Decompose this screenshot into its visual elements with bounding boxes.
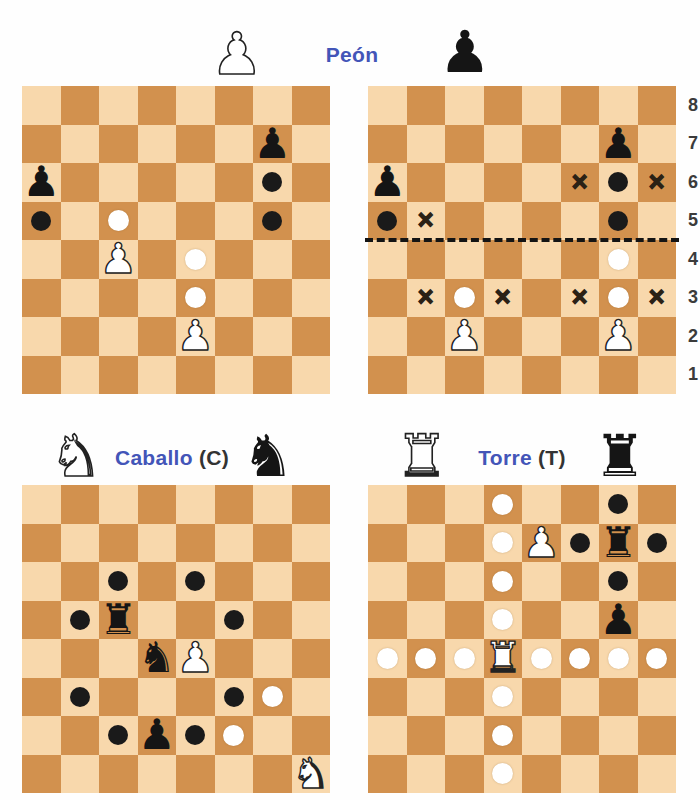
square-d5[interactable] xyxy=(138,202,177,241)
square-e8[interactable] xyxy=(176,485,215,524)
square-e3[interactable] xyxy=(522,678,561,717)
square-d5[interactable] xyxy=(484,202,523,241)
square-g2[interactable] xyxy=(253,317,292,356)
square-h7[interactable] xyxy=(292,125,331,164)
square-d5[interactable] xyxy=(138,601,177,640)
square-f1[interactable] xyxy=(215,755,254,794)
square-g7[interactable]: ♟ xyxy=(599,125,638,164)
knight-title-abbrev: (C) xyxy=(199,446,229,469)
square-c2[interactable] xyxy=(99,317,138,356)
square-g4[interactable] xyxy=(253,240,292,279)
square-b4[interactable] xyxy=(61,240,100,279)
square-d4[interactable] xyxy=(484,240,523,279)
square-d1[interactable] xyxy=(138,356,177,395)
square-h1[interactable] xyxy=(638,755,677,794)
square-g5[interactable]: ♟ xyxy=(599,601,638,640)
square-a3[interactable] xyxy=(22,678,61,717)
black-pawn: ♟ xyxy=(599,123,637,165)
square-d6[interactable] xyxy=(484,562,523,601)
square-g8[interactable] xyxy=(599,485,638,524)
square-a2[interactable] xyxy=(22,317,61,356)
black-move-dot xyxy=(377,211,397,231)
square-c1[interactable] xyxy=(99,356,138,395)
rank-label-3: 3 xyxy=(680,279,700,318)
square-g1[interactable] xyxy=(599,755,638,794)
square-f4[interactable] xyxy=(561,639,600,678)
square-f5[interactable] xyxy=(215,601,254,640)
square-g2[interactable] xyxy=(599,716,638,755)
square-b4[interactable] xyxy=(61,639,100,678)
square-g3[interactable] xyxy=(599,279,638,318)
square-h8[interactable] xyxy=(292,485,331,524)
square-a1[interactable] xyxy=(368,356,407,395)
square-a8[interactable] xyxy=(22,485,61,524)
square-b1[interactable] xyxy=(61,755,100,794)
square-d4[interactable]: ♞ xyxy=(138,639,177,678)
square-c5[interactable] xyxy=(445,202,484,241)
square-b8[interactable] xyxy=(61,485,100,524)
square-b1[interactable] xyxy=(61,356,100,395)
square-b3[interactable] xyxy=(407,678,446,717)
square-b5[interactable] xyxy=(407,601,446,640)
square-f8[interactable] xyxy=(561,485,600,524)
square-b2[interactable] xyxy=(61,317,100,356)
black-move-dot xyxy=(608,571,628,591)
square-b6[interactable] xyxy=(407,163,446,202)
square-h2[interactable] xyxy=(638,317,677,356)
square-a8[interactable] xyxy=(368,485,407,524)
square-d6[interactable] xyxy=(484,163,523,202)
square-b5[interactable] xyxy=(61,202,100,241)
square-c6[interactable] xyxy=(445,163,484,202)
square-b8[interactable] xyxy=(61,86,100,125)
square-a3[interactable] xyxy=(368,678,407,717)
rank-label-5: 5 xyxy=(680,202,700,241)
square-c8[interactable] xyxy=(445,485,484,524)
square-b6[interactable] xyxy=(61,562,100,601)
square-a6[interactable]: ♟ xyxy=(22,163,61,202)
square-f3[interactable]: × xyxy=(561,279,600,318)
square-b4[interactable] xyxy=(407,639,446,678)
capture-x-mark: × xyxy=(495,284,511,311)
square-d4[interactable]: ♜ xyxy=(484,639,523,678)
square-c7[interactable] xyxy=(445,125,484,164)
square-a3[interactable] xyxy=(22,279,61,318)
square-f6[interactable]: × xyxy=(561,163,600,202)
black-move-dot xyxy=(31,211,51,231)
square-f6[interactable] xyxy=(215,163,254,202)
square-c5[interactable]: ♜ xyxy=(99,601,138,640)
square-h6[interactable] xyxy=(638,562,677,601)
black-move-dot xyxy=(647,533,667,553)
square-d6[interactable] xyxy=(138,562,177,601)
black-move-dot xyxy=(224,687,244,707)
square-e7[interactable] xyxy=(522,125,561,164)
square-f3[interactable] xyxy=(215,279,254,318)
square-f5[interactable] xyxy=(561,202,600,241)
capture-x-mark: × xyxy=(418,207,434,234)
knight-section-title: Caballo (C) xyxy=(102,446,242,470)
square-c2[interactable]: ♟ xyxy=(445,317,484,356)
square-d7[interactable] xyxy=(484,524,523,563)
square-a4[interactable] xyxy=(368,639,407,678)
square-g6[interactable] xyxy=(599,562,638,601)
square-c7[interactable] xyxy=(445,524,484,563)
square-g3[interactable] xyxy=(253,678,292,717)
square-e1[interactable] xyxy=(522,755,561,794)
square-a1[interactable] xyxy=(22,356,61,395)
white-move-dot xyxy=(185,287,206,308)
square-g8[interactable] xyxy=(253,485,292,524)
white-move-dot xyxy=(492,532,513,553)
square-e5[interactable] xyxy=(176,202,215,241)
square-g1[interactable] xyxy=(599,356,638,395)
square-e7[interactable]: ♟ xyxy=(522,524,561,563)
square-f4[interactable] xyxy=(215,639,254,678)
square-h5[interactable] xyxy=(292,202,331,241)
square-a4[interactable] xyxy=(22,240,61,279)
square-a6[interactable]: ♟ xyxy=(368,163,407,202)
square-a7[interactable] xyxy=(368,125,407,164)
square-f2[interactable] xyxy=(215,716,254,755)
square-c4[interactable]: ♟ xyxy=(99,240,138,279)
square-a6[interactable] xyxy=(368,562,407,601)
square-g8[interactable] xyxy=(599,86,638,125)
square-g4[interactable] xyxy=(599,639,638,678)
square-a2[interactable] xyxy=(22,716,61,755)
square-g4[interactable] xyxy=(599,240,638,279)
rank-label-4: 4 xyxy=(680,240,700,279)
square-c1[interactable] xyxy=(445,356,484,395)
black-move-dot xyxy=(608,172,628,192)
square-g1[interactable] xyxy=(253,356,292,395)
square-h2[interactable] xyxy=(292,716,331,755)
square-c4[interactable] xyxy=(445,240,484,279)
black-move-dot xyxy=(70,687,90,707)
square-h7[interactable] xyxy=(292,524,331,563)
square-e5[interactable] xyxy=(522,601,561,640)
square-h8[interactable] xyxy=(638,86,677,125)
square-h6[interactable] xyxy=(292,163,331,202)
square-d2[interactable] xyxy=(484,716,523,755)
square-h8[interactable] xyxy=(292,86,331,125)
square-h2[interactable] xyxy=(292,317,331,356)
square-a5[interactable] xyxy=(22,202,61,241)
square-h2[interactable] xyxy=(638,716,677,755)
square-e2[interactable] xyxy=(522,716,561,755)
square-g3[interactable] xyxy=(253,279,292,318)
square-d7[interactable] xyxy=(138,125,177,164)
square-f4[interactable] xyxy=(561,240,600,279)
square-d6[interactable] xyxy=(138,163,177,202)
square-b8[interactable] xyxy=(407,86,446,125)
square-e3[interactable] xyxy=(522,279,561,318)
square-b7[interactable] xyxy=(61,125,100,164)
board-knight-moves: ♜♞♟♟♞ xyxy=(22,485,330,793)
square-d8[interactable] xyxy=(138,485,177,524)
square-c6[interactable] xyxy=(99,163,138,202)
square-e2[interactable] xyxy=(176,716,215,755)
black-pawn: ♟ xyxy=(368,161,406,203)
square-g5[interactable] xyxy=(599,202,638,241)
square-f1[interactable] xyxy=(561,356,600,395)
square-h4[interactable] xyxy=(638,639,677,678)
square-f2[interactable] xyxy=(561,716,600,755)
square-b5[interactable]: × xyxy=(407,202,446,241)
square-a3[interactable] xyxy=(368,279,407,318)
square-a4[interactable] xyxy=(368,240,407,279)
square-e7[interactable] xyxy=(176,524,215,563)
square-b7[interactable] xyxy=(61,524,100,563)
square-g6[interactable] xyxy=(253,562,292,601)
square-a1[interactable] xyxy=(22,755,61,794)
square-e1[interactable] xyxy=(176,356,215,395)
pawn-title-text: Peón xyxy=(326,43,379,66)
square-d1[interactable] xyxy=(484,356,523,395)
square-b5[interactable] xyxy=(61,601,100,640)
square-h6[interactable] xyxy=(292,562,331,601)
square-a5[interactable] xyxy=(368,601,407,640)
square-h7[interactable] xyxy=(638,125,677,164)
square-a2[interactable] xyxy=(368,716,407,755)
square-c3[interactable] xyxy=(99,678,138,717)
square-h5[interactable] xyxy=(292,601,331,640)
white-move-dot xyxy=(492,725,513,746)
square-b6[interactable] xyxy=(61,163,100,202)
square-b6[interactable] xyxy=(407,562,446,601)
square-g6[interactable] xyxy=(253,163,292,202)
square-g8[interactable] xyxy=(253,86,292,125)
square-e4[interactable] xyxy=(522,240,561,279)
square-g3[interactable] xyxy=(599,678,638,717)
square-b2[interactable] xyxy=(407,716,446,755)
square-g7[interactable]: ♜ xyxy=(599,524,638,563)
square-f7[interactable] xyxy=(215,524,254,563)
square-h1[interactable] xyxy=(292,356,331,395)
square-f2[interactable] xyxy=(215,317,254,356)
square-e5[interactable] xyxy=(176,601,215,640)
rank-label-7: 7 xyxy=(680,125,700,164)
square-a5[interactable] xyxy=(368,202,407,241)
white-move-dot xyxy=(492,686,513,707)
square-a7[interactable] xyxy=(368,524,407,563)
square-g2[interactable] xyxy=(253,716,292,755)
square-g6[interactable] xyxy=(599,163,638,202)
square-f8[interactable] xyxy=(561,86,600,125)
square-d5[interactable] xyxy=(484,601,523,640)
square-h5[interactable] xyxy=(638,601,677,640)
square-c5[interactable] xyxy=(99,202,138,241)
square-e8[interactable] xyxy=(522,485,561,524)
square-e6[interactable] xyxy=(176,562,215,601)
square-e6[interactable] xyxy=(176,163,215,202)
square-f7[interactable] xyxy=(561,524,600,563)
square-a8[interactable] xyxy=(22,86,61,125)
black-move-dot xyxy=(108,571,128,591)
square-e8[interactable] xyxy=(522,86,561,125)
black-pawn-icon: ♟ xyxy=(437,24,493,80)
square-a1[interactable] xyxy=(368,755,407,794)
square-f2[interactable] xyxy=(561,317,600,356)
square-b7[interactable] xyxy=(407,524,446,563)
square-h3[interactable] xyxy=(292,279,331,318)
square-c1[interactable] xyxy=(99,755,138,794)
square-g1[interactable] xyxy=(253,755,292,794)
square-c6[interactable] xyxy=(445,562,484,601)
square-a2[interactable] xyxy=(368,317,407,356)
square-d7[interactable] xyxy=(484,125,523,164)
white-move-dot xyxy=(492,763,513,784)
square-d1[interactable] xyxy=(484,755,523,794)
square-b1[interactable] xyxy=(407,755,446,794)
square-e6[interactable] xyxy=(522,562,561,601)
square-e4[interactable] xyxy=(522,639,561,678)
square-h1[interactable]: ♞ xyxy=(292,755,331,794)
square-f3[interactable] xyxy=(561,678,600,717)
square-f6[interactable] xyxy=(215,562,254,601)
square-b3[interactable]: × xyxy=(407,279,446,318)
rook-title-abbrev: (T) xyxy=(538,446,566,469)
square-b1[interactable] xyxy=(407,356,446,395)
square-b2[interactable] xyxy=(61,716,100,755)
square-d2[interactable]: ♟ xyxy=(138,716,177,755)
white-move-dot xyxy=(608,249,629,270)
square-c7[interactable] xyxy=(99,125,138,164)
square-c1[interactable] xyxy=(445,755,484,794)
square-c4[interactable] xyxy=(99,639,138,678)
white-move-dot xyxy=(608,648,629,669)
square-f1[interactable] xyxy=(215,356,254,395)
square-d8[interactable] xyxy=(138,86,177,125)
square-f3[interactable] xyxy=(215,678,254,717)
square-g2[interactable]: ♟ xyxy=(599,317,638,356)
square-e7[interactable] xyxy=(176,125,215,164)
square-e3[interactable] xyxy=(176,678,215,717)
square-a7[interactable] xyxy=(22,524,61,563)
square-f1[interactable] xyxy=(561,755,600,794)
white-move-dot xyxy=(454,287,475,308)
square-f7[interactable] xyxy=(561,125,600,164)
square-b3[interactable] xyxy=(61,279,100,318)
white-move-dot xyxy=(454,648,475,669)
square-b8[interactable] xyxy=(407,485,446,524)
square-c3[interactable] xyxy=(99,279,138,318)
square-c3[interactable] xyxy=(445,678,484,717)
square-f4[interactable] xyxy=(215,240,254,279)
square-d1[interactable] xyxy=(138,755,177,794)
white-move-dot xyxy=(223,725,244,746)
square-d3[interactable] xyxy=(484,678,523,717)
square-e2[interactable]: ♟ xyxy=(176,317,215,356)
square-d3[interactable]: × xyxy=(484,279,523,318)
square-g7[interactable]: ♟ xyxy=(253,125,292,164)
square-f8[interactable] xyxy=(215,485,254,524)
square-b2[interactable] xyxy=(407,317,446,356)
square-e1[interactable] xyxy=(522,356,561,395)
square-c7[interactable] xyxy=(99,524,138,563)
square-g5[interactable] xyxy=(253,202,292,241)
square-h7[interactable] xyxy=(638,524,677,563)
square-e4[interactable] xyxy=(176,240,215,279)
square-e3[interactable] xyxy=(176,279,215,318)
square-h4[interactable] xyxy=(292,639,331,678)
square-c2[interactable] xyxy=(99,716,138,755)
black-rook-icon: ♜ xyxy=(592,428,648,484)
square-a5[interactable] xyxy=(22,601,61,640)
square-c8[interactable] xyxy=(99,485,138,524)
square-a4[interactable] xyxy=(22,639,61,678)
square-h4[interactable] xyxy=(292,240,331,279)
square-e1[interactable] xyxy=(176,755,215,794)
square-a8[interactable] xyxy=(368,86,407,125)
square-g4[interactable] xyxy=(253,639,292,678)
square-e6[interactable] xyxy=(522,163,561,202)
square-f5[interactable] xyxy=(215,202,254,241)
square-d3[interactable] xyxy=(138,678,177,717)
square-f6[interactable] xyxy=(561,562,600,601)
square-c3[interactable] xyxy=(445,279,484,318)
square-c6[interactable] xyxy=(99,562,138,601)
white-move-dot xyxy=(531,648,552,669)
square-d4[interactable] xyxy=(138,240,177,279)
square-c8[interactable] xyxy=(99,86,138,125)
square-e8[interactable] xyxy=(176,86,215,125)
square-h5[interactable] xyxy=(638,202,677,241)
square-h4[interactable] xyxy=(638,240,677,279)
board-pawn-moves: ♟♟♟♟ xyxy=(22,86,330,394)
white-move-dot xyxy=(569,648,590,669)
square-d3[interactable] xyxy=(138,279,177,318)
square-h3[interactable] xyxy=(292,678,331,717)
square-e2[interactable] xyxy=(522,317,561,356)
square-f8[interactable] xyxy=(215,86,254,125)
square-c8[interactable] xyxy=(445,86,484,125)
square-h1[interactable] xyxy=(638,356,677,395)
square-f7[interactable] xyxy=(215,125,254,164)
square-c5[interactable] xyxy=(445,601,484,640)
square-e5[interactable] xyxy=(522,202,561,241)
black-pawn: ♟ xyxy=(253,123,291,165)
square-f5[interactable] xyxy=(561,601,600,640)
capture-x-mark: × xyxy=(649,284,665,311)
square-d2[interactable] xyxy=(138,317,177,356)
white-knight-icon: ♞ xyxy=(48,428,104,484)
white-pawn: ♟ xyxy=(599,315,637,357)
square-d8[interactable] xyxy=(484,86,523,125)
square-e4[interactable]: ♟ xyxy=(176,639,215,678)
square-g5[interactable] xyxy=(253,601,292,640)
square-d7[interactable] xyxy=(138,524,177,563)
white-pawn: ♟ xyxy=(522,522,560,564)
square-b7[interactable] xyxy=(407,125,446,164)
square-c2[interactable] xyxy=(445,716,484,755)
square-h6[interactable]: × xyxy=(638,163,677,202)
square-b4[interactable] xyxy=(407,240,446,279)
square-a7[interactable] xyxy=(22,125,61,164)
square-a6[interactable] xyxy=(22,562,61,601)
square-d8[interactable] xyxy=(484,485,523,524)
square-h3[interactable]: × xyxy=(638,279,677,318)
black-rook: ♜ xyxy=(599,522,637,564)
black-move-dot xyxy=(185,571,205,591)
square-h8[interactable] xyxy=(638,485,677,524)
square-c4[interactable] xyxy=(445,639,484,678)
square-d2[interactable] xyxy=(484,317,523,356)
square-b3[interactable] xyxy=(61,678,100,717)
square-h3[interactable] xyxy=(638,678,677,717)
white-pawn: ♟ xyxy=(445,315,483,357)
square-g7[interactable] xyxy=(253,524,292,563)
